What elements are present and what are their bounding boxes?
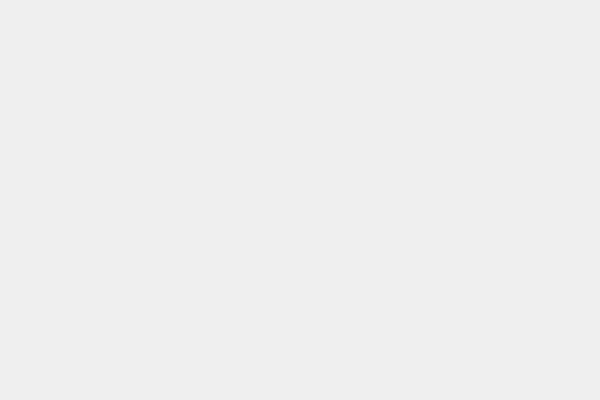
pieces-layer [120,0,480,400]
app-background [0,0,600,400]
xiangqi-board [0,0,600,400]
